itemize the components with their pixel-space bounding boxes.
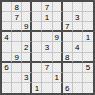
cell-r8c7[interactable] xyxy=(63,73,73,83)
cell-r5c5[interactable]: 3 xyxy=(42,42,52,52)
cell-r9c5[interactable] xyxy=(42,83,52,93)
cell-r6c6[interactable] xyxy=(53,53,63,63)
cell-r6c8[interactable] xyxy=(73,53,83,63)
given-digit: 7 xyxy=(65,23,69,31)
cell-r8c3[interactable]: 3 xyxy=(22,73,32,83)
cell-r5c2[interactable] xyxy=(12,42,22,52)
cell-r4c6[interactable]: 9 xyxy=(53,32,63,42)
given-digit: 7 xyxy=(45,64,49,72)
given-digit: 4 xyxy=(4,33,8,41)
cell-r7c3[interactable] xyxy=(22,63,32,73)
cell-r6c9[interactable] xyxy=(83,53,93,63)
cell-r1c8[interactable] xyxy=(73,2,83,12)
given-digit: 6 xyxy=(4,64,8,72)
cell-r4c5[interactable] xyxy=(42,32,52,42)
cell-r7c7[interactable] xyxy=(63,63,73,73)
cell-r4c1[interactable]: 4 xyxy=(2,32,12,42)
cell-r1c9[interactable] xyxy=(83,2,93,12)
cell-r2c7[interactable] xyxy=(63,12,73,22)
cell-r2c4[interactable] xyxy=(32,12,42,22)
cell-r1c2[interactable]: 8 xyxy=(12,2,22,12)
cell-r8c9[interactable] xyxy=(83,73,93,83)
given-digit: 8 xyxy=(65,53,69,61)
cell-r3c9[interactable] xyxy=(83,22,93,32)
given-digit: 1 xyxy=(86,33,90,41)
cell-r5c3[interactable]: 2 xyxy=(22,42,32,52)
cell-r1c3[interactable] xyxy=(22,2,32,12)
cell-r7c5[interactable]: 7 xyxy=(42,63,52,73)
cell-r1c1[interactable] xyxy=(2,2,12,12)
cell-r5c8[interactable]: 4 xyxy=(73,42,83,52)
given-digit: 7 xyxy=(14,13,18,21)
cell-r1c4[interactable] xyxy=(32,2,42,12)
cell-r3c1[interactable] xyxy=(2,22,12,32)
cell-r1c5[interactable]: 7 xyxy=(42,2,52,12)
cell-r6c5[interactable] xyxy=(42,53,52,63)
given-digit: 4 xyxy=(75,43,79,51)
cell-r9c2[interactable] xyxy=(12,83,22,93)
cell-r7c8[interactable] xyxy=(73,63,83,73)
cell-r8c2[interactable] xyxy=(12,73,22,83)
given-digit: 1 xyxy=(35,84,39,92)
cell-r7c4[interactable] xyxy=(32,63,42,73)
given-digit: 9 xyxy=(54,33,58,41)
given-digit: 3 xyxy=(24,74,28,82)
cell-r2c9[interactable] xyxy=(83,12,93,22)
cell-r7c6[interactable] xyxy=(53,63,63,73)
cell-r9c9[interactable] xyxy=(83,83,93,93)
cell-r6c4[interactable] xyxy=(32,53,42,63)
cell-r3c6[interactable] xyxy=(53,22,63,32)
cell-r4c2[interactable] xyxy=(12,32,22,42)
given-digit: 7 xyxy=(45,3,49,11)
given-digit: 8 xyxy=(14,3,18,11)
cell-r2c8[interactable]: 3 xyxy=(73,12,83,22)
given-digit: 1 xyxy=(45,13,49,21)
cell-r2c6[interactable] xyxy=(53,12,63,22)
cell-r4c7[interactable] xyxy=(63,32,73,42)
cell-r3c3[interactable]: 9 xyxy=(22,22,32,32)
cell-r2c2[interactable]: 7 xyxy=(12,12,22,22)
cell-r5c1[interactable] xyxy=(2,42,12,52)
cell-r4c3[interactable] xyxy=(22,32,32,42)
cell-r6c1[interactable] xyxy=(2,53,12,63)
cell-r3c7[interactable]: 7 xyxy=(63,22,73,32)
cell-r6c3[interactable] xyxy=(22,53,32,63)
cell-r8c6[interactable]: 1 xyxy=(53,73,63,83)
cell-r6c2[interactable]: 9 xyxy=(12,53,22,63)
cell-r4c8[interactable] xyxy=(73,32,83,42)
given-digit: 3 xyxy=(45,43,49,51)
cell-r3c8[interactable] xyxy=(73,22,83,32)
cell-r6c7[interactable]: 8 xyxy=(63,53,73,63)
cell-r4c4[interactable] xyxy=(32,32,42,42)
cell-r7c9[interactable]: 5 xyxy=(83,63,93,73)
given-digit: 9 xyxy=(14,53,18,61)
sudoku-board: 8771397491234986753116 xyxy=(0,0,95,95)
cell-r1c6[interactable] xyxy=(53,2,63,12)
cell-r3c2[interactable] xyxy=(12,22,22,32)
given-digit: 6 xyxy=(65,84,69,92)
cell-r9c8[interactable] xyxy=(73,83,83,93)
cell-r3c4[interactable] xyxy=(32,22,42,32)
cell-r9c4[interactable]: 1 xyxy=(32,83,42,93)
cell-r4c9[interactable]: 1 xyxy=(83,32,93,42)
cell-r5c7[interactable] xyxy=(63,42,73,52)
cell-r2c1[interactable] xyxy=(2,12,12,22)
cell-r1c7[interactable] xyxy=(63,2,73,12)
cell-r9c7[interactable]: 6 xyxy=(63,83,73,93)
cell-r8c1[interactable] xyxy=(2,73,12,83)
cell-r2c5[interactable]: 1 xyxy=(42,12,52,22)
cell-r2c3[interactable] xyxy=(22,12,32,22)
cell-r5c9[interactable] xyxy=(83,42,93,52)
cell-r9c1[interactable] xyxy=(2,83,12,93)
cell-r8c8[interactable] xyxy=(73,73,83,83)
cell-r9c3[interactable] xyxy=(22,83,32,93)
cell-r7c1[interactable]: 6 xyxy=(2,63,12,73)
cell-r3c5[interactable] xyxy=(42,22,52,32)
cell-r9c6[interactable] xyxy=(53,83,63,93)
cell-r8c5[interactable] xyxy=(42,73,52,83)
given-digit: 3 xyxy=(75,13,79,21)
cell-r8c4[interactable] xyxy=(32,73,42,83)
given-digit: 9 xyxy=(24,23,28,31)
cell-r5c6[interactable] xyxy=(53,42,63,52)
cell-r7c2[interactable] xyxy=(12,63,22,73)
given-digit: 2 xyxy=(24,43,28,51)
given-digit: 1 xyxy=(54,74,58,82)
cell-r5c4[interactable] xyxy=(32,42,42,52)
given-digit: 5 xyxy=(86,64,90,72)
